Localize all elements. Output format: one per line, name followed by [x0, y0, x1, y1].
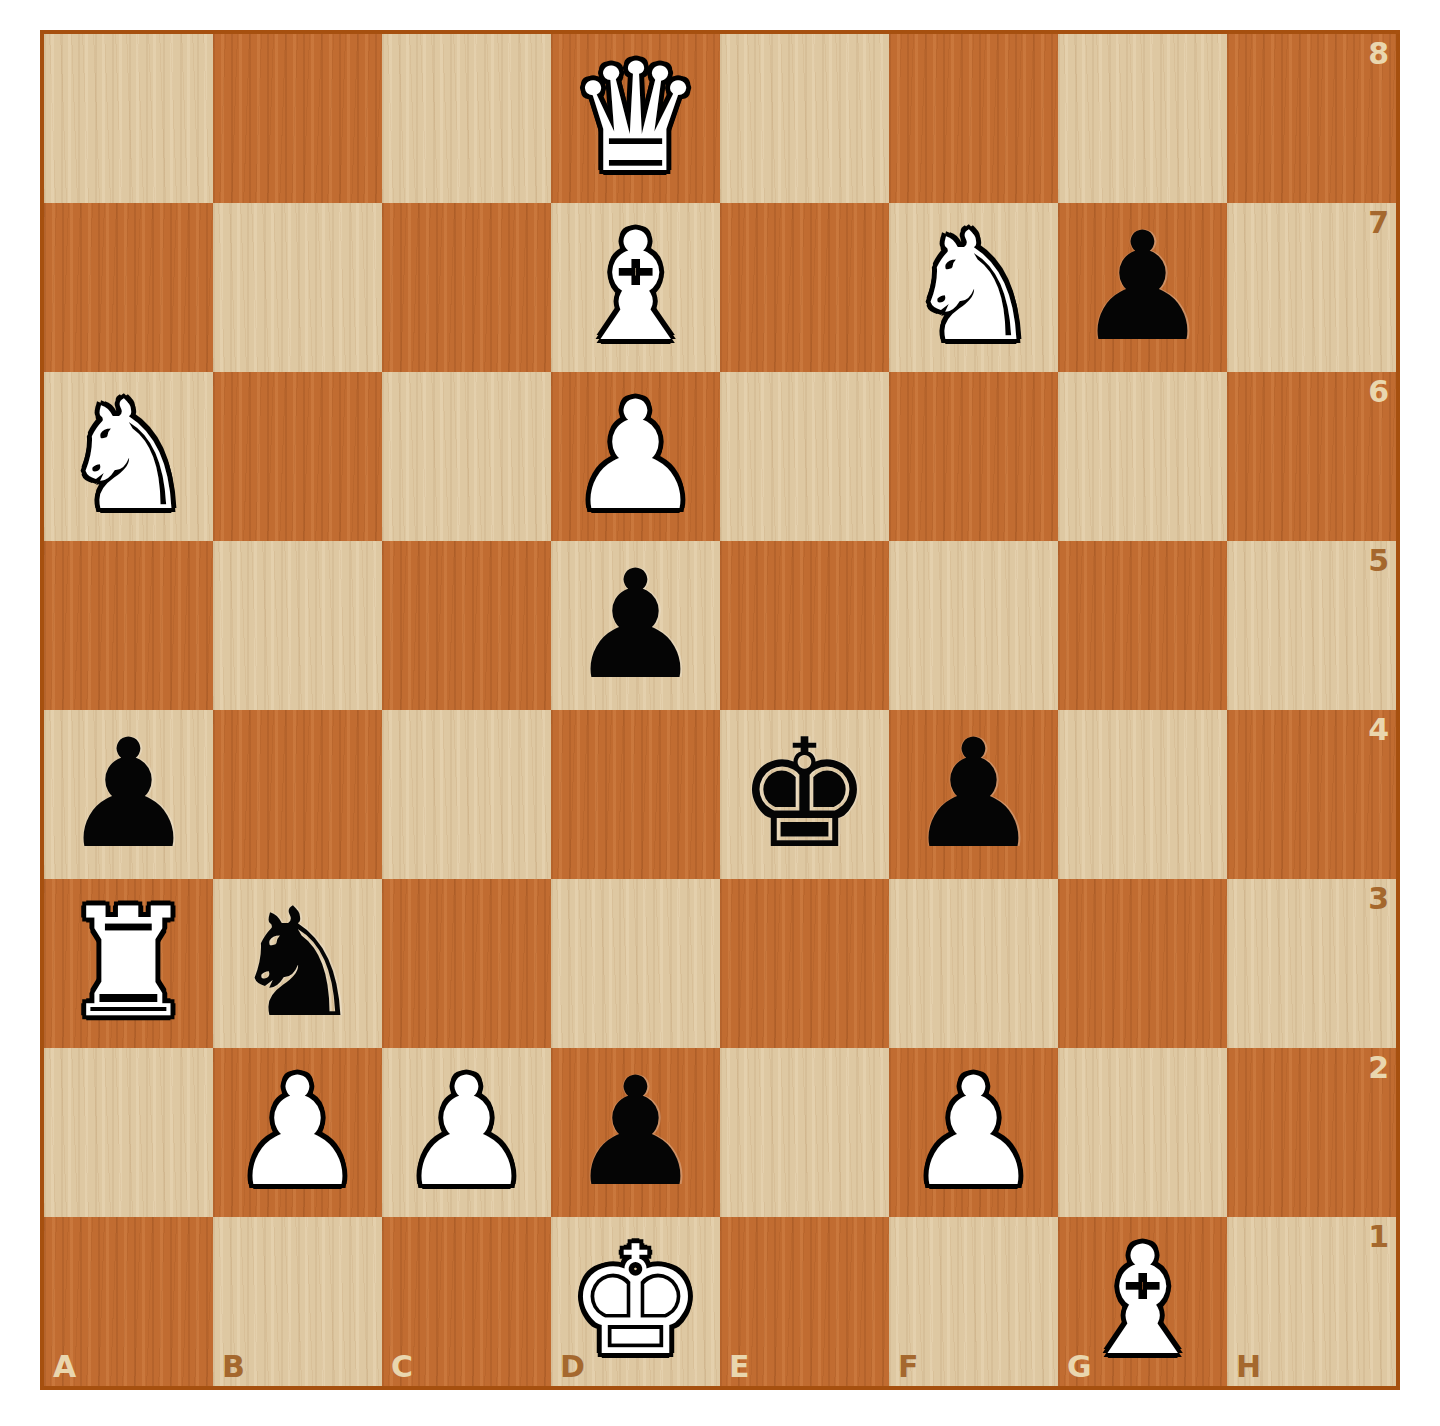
rank-label-6: 6 — [1368, 377, 1389, 407]
black-knight-b3[interactable]: ♞ — [213, 879, 382, 1048]
square-a8[interactable] — [44, 34, 213, 203]
square-f1[interactable]: F — [889, 1217, 1058, 1386]
black-pawn-g7[interactable]: ♟ — [1058, 203, 1227, 372]
white-rook-a3[interactable]: ♜ — [44, 879, 213, 1048]
square-c6[interactable] — [382, 372, 551, 541]
square-d6[interactable]: ♟ — [551, 372, 720, 541]
square-g1[interactable]: G♝ — [1058, 1217, 1227, 1386]
file-label-e: E — [729, 1352, 750, 1382]
square-a6[interactable]: ♞ — [44, 372, 213, 541]
square-b6[interactable] — [213, 372, 382, 541]
square-b1[interactable]: B — [213, 1217, 382, 1386]
square-d7[interactable]: ♝ — [551, 203, 720, 372]
square-f7[interactable]: ♞ — [889, 203, 1058, 372]
white-pawn-f2[interactable]: ♟ — [889, 1048, 1058, 1217]
square-e1[interactable]: E — [720, 1217, 889, 1386]
square-e3[interactable] — [720, 879, 889, 1048]
square-e4[interactable]: ♚ — [720, 710, 889, 879]
square-d4[interactable] — [551, 710, 720, 879]
square-h4[interactable]: 4 — [1227, 710, 1396, 879]
rank-label-4: 4 — [1368, 715, 1389, 745]
square-a4[interactable]: ♟ — [44, 710, 213, 879]
file-label-a: A — [53, 1352, 76, 1382]
square-h5[interactable]: 5 — [1227, 541, 1396, 710]
file-label-f: F — [898, 1352, 919, 1382]
rank-label-1: 1 — [1368, 1222, 1389, 1252]
square-b3[interactable]: ♞ — [213, 879, 382, 1048]
square-b8[interactable] — [213, 34, 382, 203]
rank-label-2: 2 — [1368, 1053, 1389, 1083]
file-label-c: C — [391, 1352, 413, 1382]
rank-label-8: 8 — [1368, 39, 1389, 69]
white-bishop-g1[interactable]: ♝ — [1058, 1217, 1227, 1386]
black-pawn-d5[interactable]: ♟ — [551, 541, 720, 710]
rank-label-7: 7 — [1368, 208, 1389, 238]
square-c2[interactable]: ♟ — [382, 1048, 551, 1217]
square-f2[interactable]: ♟ — [889, 1048, 1058, 1217]
square-a7[interactable] — [44, 203, 213, 372]
square-d1[interactable]: D♚ — [551, 1217, 720, 1386]
white-queen-d8[interactable]: ♛ — [551, 34, 720, 203]
square-d8[interactable]: ♛ — [551, 34, 720, 203]
square-h6[interactable]: 6 — [1227, 372, 1396, 541]
square-b5[interactable] — [213, 541, 382, 710]
square-f6[interactable] — [889, 372, 1058, 541]
file-label-b: B — [222, 1352, 245, 1382]
square-c8[interactable] — [382, 34, 551, 203]
square-e5[interactable] — [720, 541, 889, 710]
white-bishop-d7[interactable]: ♝ — [551, 203, 720, 372]
square-a3[interactable]: ♜ — [44, 879, 213, 1048]
square-c3[interactable] — [382, 879, 551, 1048]
white-knight-a6[interactable]: ♞ — [44, 372, 213, 541]
square-c7[interactable] — [382, 203, 551, 372]
square-b4[interactable] — [213, 710, 382, 879]
square-g6[interactable] — [1058, 372, 1227, 541]
square-b2[interactable]: ♟ — [213, 1048, 382, 1217]
square-f8[interactable] — [889, 34, 1058, 203]
square-h1[interactable]: 1H — [1227, 1217, 1396, 1386]
square-c5[interactable] — [382, 541, 551, 710]
square-f4[interactable]: ♟ — [889, 710, 1058, 879]
square-a5[interactable] — [44, 541, 213, 710]
square-g4[interactable] — [1058, 710, 1227, 879]
square-g3[interactable] — [1058, 879, 1227, 1048]
white-knight-f7[interactable]: ♞ — [889, 203, 1058, 372]
square-a2[interactable] — [44, 1048, 213, 1217]
square-e6[interactable] — [720, 372, 889, 541]
square-g7[interactable]: ♟ — [1058, 203, 1227, 372]
white-pawn-c2[interactable]: ♟ — [382, 1048, 551, 1217]
rank-label-3: 3 — [1368, 884, 1389, 914]
black-pawn-d2[interactable]: ♟ — [551, 1048, 720, 1217]
rank-label-5: 5 — [1368, 546, 1389, 576]
square-f3[interactable] — [889, 879, 1058, 1048]
white-pawn-d6[interactable]: ♟ — [551, 372, 720, 541]
square-c1[interactable]: C — [382, 1217, 551, 1386]
square-a1[interactable]: A — [44, 1217, 213, 1386]
black-king-e4[interactable]: ♚ — [720, 710, 889, 879]
black-pawn-f4[interactable]: ♟ — [889, 710, 1058, 879]
square-d5[interactable]: ♟ — [551, 541, 720, 710]
square-e2[interactable] — [720, 1048, 889, 1217]
chess-diagram-page: ♛8♝♞♟7♞♟6♟5♟♚♟4♜♞3♟♟♟♟2ABCD♚EFG♝1H — [0, 0, 1440, 1426]
square-h2[interactable]: 2 — [1227, 1048, 1396, 1217]
square-g8[interactable] — [1058, 34, 1227, 203]
square-e8[interactable] — [720, 34, 889, 203]
square-h7[interactable]: 7 — [1227, 203, 1396, 372]
square-c4[interactable] — [382, 710, 551, 879]
square-d3[interactable] — [551, 879, 720, 1048]
black-pawn-a4[interactable]: ♟ — [44, 710, 213, 879]
square-e7[interactable] — [720, 203, 889, 372]
file-label-h: H — [1236, 1352, 1261, 1382]
white-king-d1[interactable]: ♚ — [551, 1217, 720, 1386]
white-pawn-b2[interactable]: ♟ — [213, 1048, 382, 1217]
square-g2[interactable] — [1058, 1048, 1227, 1217]
square-f5[interactable] — [889, 541, 1058, 710]
square-g5[interactable] — [1058, 541, 1227, 710]
square-h3[interactable]: 3 — [1227, 879, 1396, 1048]
chess-board: ♛8♝♞♟7♞♟6♟5♟♚♟4♜♞3♟♟♟♟2ABCD♚EFG♝1H — [40, 30, 1400, 1390]
square-d2[interactable]: ♟ — [551, 1048, 720, 1217]
square-b7[interactable] — [213, 203, 382, 372]
square-h8[interactable]: 8 — [1227, 34, 1396, 203]
